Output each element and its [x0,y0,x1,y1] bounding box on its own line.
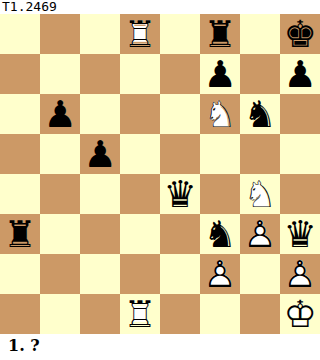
square-e5[interactable] [160,134,200,174]
square-b8[interactable] [40,14,80,54]
square-h7[interactable]: ♟ [280,54,320,94]
piece-outline: ♖ [120,294,160,334]
white-pawn[interactable]: ♟♙ [240,214,280,254]
black-pawn[interactable]: ♟ [280,54,320,94]
square-a1[interactable] [0,294,40,334]
square-d4[interactable] [120,174,160,214]
square-b5[interactable] [40,134,80,174]
square-h5[interactable] [280,134,320,174]
square-f8[interactable]: ♜ [200,14,240,54]
black-king[interactable]: ♚ [280,14,320,54]
square-e4[interactable]: ♛ [160,174,200,214]
black-queen[interactable]: ♛ [280,214,320,254]
square-g4[interactable]: ♞♘ [240,174,280,214]
piece-outline: ♙ [200,254,240,294]
square-b4[interactable] [40,174,80,214]
square-f3[interactable]: ♞ [200,214,240,254]
square-a6[interactable] [0,94,40,134]
piece-outline: ♙ [280,254,320,294]
square-g6[interactable]: ♞ [240,94,280,134]
square-e6[interactable] [160,94,200,134]
square-c7[interactable] [80,54,120,94]
square-e8[interactable] [160,14,200,54]
square-b7[interactable] [40,54,80,94]
black-knight[interactable]: ♞ [240,94,280,134]
square-a4[interactable] [0,174,40,214]
square-g2[interactable] [240,254,280,294]
square-h8[interactable]: ♚ [280,14,320,54]
square-c3[interactable] [80,214,120,254]
square-d8[interactable]: ♜♖ [120,14,160,54]
square-a7[interactable] [0,54,40,94]
piece-outline: ♔ [280,294,320,334]
square-g8[interactable] [240,14,280,54]
square-c1[interactable] [80,294,120,334]
square-e3[interactable] [160,214,200,254]
white-pawn[interactable]: ♟♙ [280,254,320,294]
square-h6[interactable] [280,94,320,134]
square-f5[interactable] [200,134,240,174]
white-pawn[interactable]: ♟♙ [200,254,240,294]
square-a2[interactable] [0,254,40,294]
move-prompt: 1. ? [0,334,320,360]
white-rook[interactable]: ♜♖ [120,294,160,334]
square-h2[interactable]: ♟♙ [280,254,320,294]
square-d5[interactable] [120,134,160,174]
square-g7[interactable] [240,54,280,94]
white-knight[interactable]: ♞♘ [200,94,240,134]
puzzle-id: T1.2469 [0,0,320,14]
square-e1[interactable] [160,294,200,334]
black-rook[interactable]: ♜ [0,214,40,254]
black-queen[interactable]: ♛ [160,174,200,214]
square-g1[interactable] [240,294,280,334]
square-g5[interactable] [240,134,280,174]
square-g3[interactable]: ♟♙ [240,214,280,254]
square-e7[interactable] [160,54,200,94]
piece-outline: ♘ [240,174,280,214]
square-b1[interactable] [40,294,80,334]
white-knight[interactable]: ♞♘ [240,174,280,214]
square-d2[interactable] [120,254,160,294]
square-f7[interactable]: ♟ [200,54,240,94]
black-pawn[interactable]: ♟ [40,94,80,134]
square-h1[interactable]: ♚♔ [280,294,320,334]
black-pawn[interactable]: ♟ [200,54,240,94]
square-f1[interactable] [200,294,240,334]
square-c5[interactable]: ♟ [80,134,120,174]
white-king[interactable]: ♚♔ [280,294,320,334]
square-d6[interactable] [120,94,160,134]
white-rook[interactable]: ♜♖ [120,14,160,54]
square-f6[interactable]: ♞♘ [200,94,240,134]
square-c6[interactable] [80,94,120,134]
square-f2[interactable]: ♟♙ [200,254,240,294]
square-c2[interactable] [80,254,120,294]
piece-outline: ♘ [200,94,240,134]
square-a5[interactable] [0,134,40,174]
square-c8[interactable] [80,14,120,54]
square-h3[interactable]: ♛ [280,214,320,254]
square-f4[interactable] [200,174,240,214]
square-b6[interactable]: ♟ [40,94,80,134]
square-h4[interactable] [280,174,320,214]
square-b2[interactable] [40,254,80,294]
square-a8[interactable] [0,14,40,54]
piece-outline: ♖ [120,14,160,54]
square-a3[interactable]: ♜ [0,214,40,254]
black-pawn[interactable]: ♟ [80,134,120,174]
piece-outline: ♙ [240,214,280,254]
square-d7[interactable] [120,54,160,94]
square-d1[interactable]: ♜♖ [120,294,160,334]
chess-board: ♜♖♜♚♟♟♟♞♘♞♟♛♞♘♜♞♟♙♛♟♙♟♙♜♖♚♔ [0,14,320,334]
square-e2[interactable] [160,254,200,294]
square-c4[interactable] [80,174,120,214]
square-b3[interactable] [40,214,80,254]
square-d3[interactable] [120,214,160,254]
black-knight[interactable]: ♞ [200,214,240,254]
black-rook[interactable]: ♜ [200,14,240,54]
